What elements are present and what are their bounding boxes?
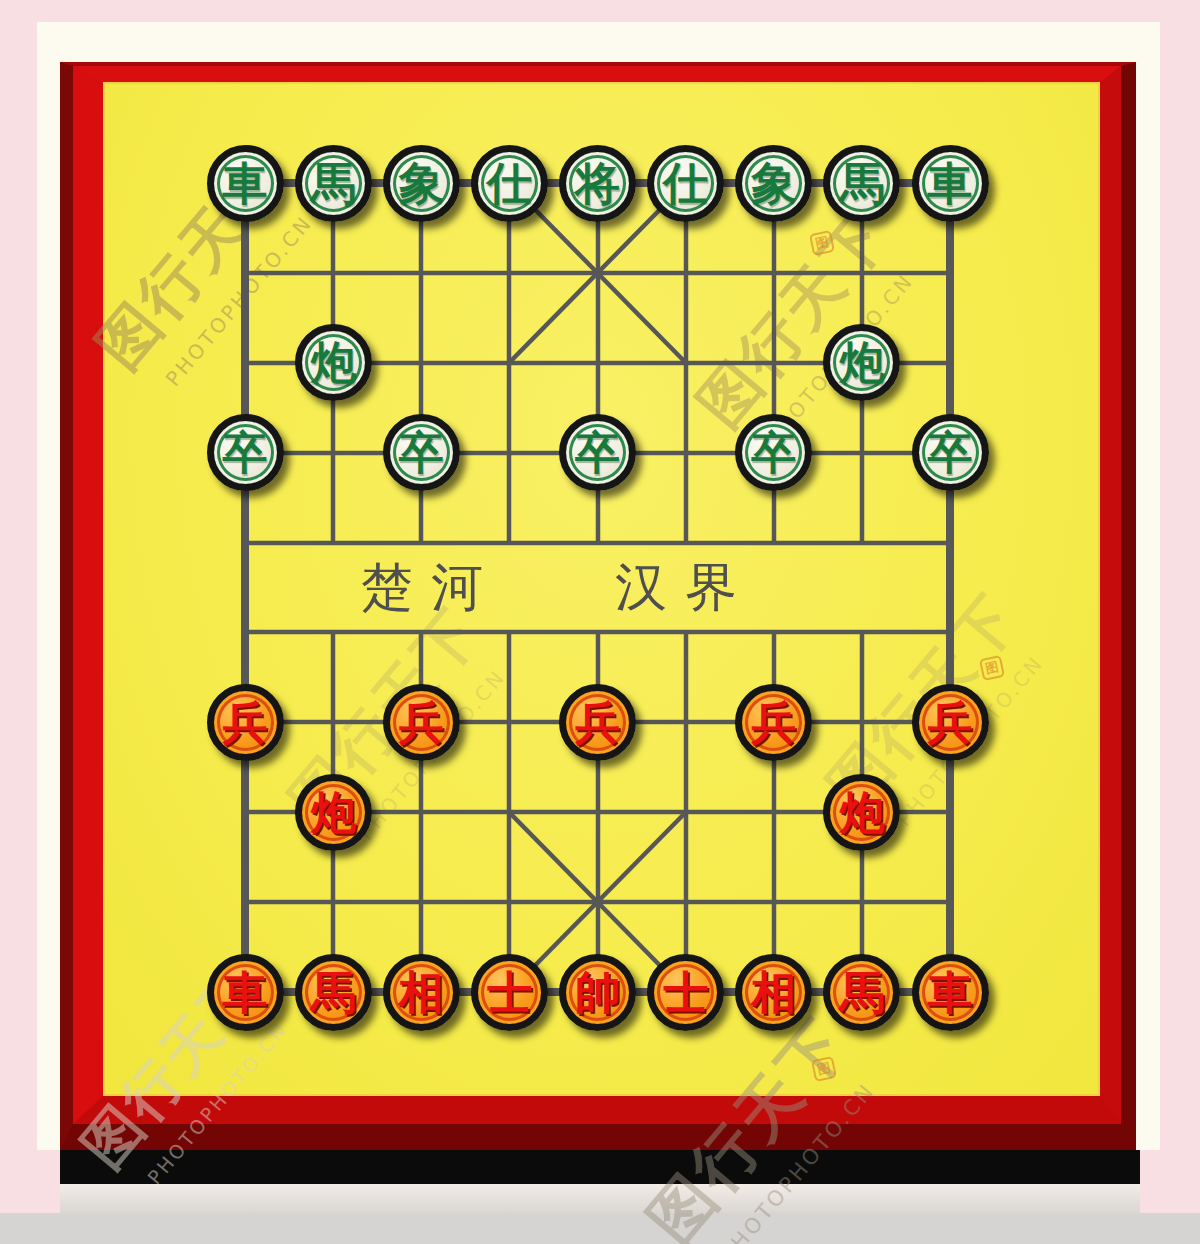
xiangqi-piece-red-cannon[interactable]: 炮 [295, 774, 372, 851]
xiangqi-piece-black-cannon[interactable]: 炮 [295, 324, 372, 401]
xiangqi-piece-black-soldier[interactable]: 卒 [912, 414, 989, 491]
xiangqi-piece-black-soldier[interactable]: 卒 [207, 414, 284, 491]
xiangqi-piece-red-soldier[interactable]: 兵 [559, 684, 636, 761]
xiangqi-piece-black-horse[interactable]: 馬 [295, 145, 372, 222]
xiangqi-piece-black-rook[interactable]: 車 [207, 145, 284, 222]
watermark-seal-icon: 图 [809, 230, 835, 256]
page-background: 图行天下PHOTOPHOTO.CN图行天下PHOTOPHOTO.CN图行天下PH… [0, 0, 1200, 1244]
river-label-han-jie: 汉界 [615, 553, 755, 623]
xiangqi-piece-black-horse[interactable]: 馬 [823, 145, 900, 222]
xiangqi-piece-black-elephant[interactable]: 象 [735, 145, 812, 222]
xiangqi-piece-black-advisor[interactable]: 仕 [647, 145, 724, 222]
xiangqi-piece-red-horse[interactable]: 馬 [295, 954, 372, 1031]
xiangqi-piece-red-soldier[interactable]: 兵 [912, 684, 989, 761]
xiangqi-piece-black-rook[interactable]: 車 [912, 145, 989, 222]
watermark-seal-icon: 图 [811, 1056, 837, 1082]
xiangqi-piece-red-elephant[interactable]: 相 [383, 954, 460, 1031]
xiangqi-piece-red-rook[interactable]: 車 [912, 954, 989, 1031]
river-label-chu-he: 楚河 [361, 553, 501, 623]
xiangqi-piece-red-soldier[interactable]: 兵 [383, 684, 460, 761]
xiangqi-piece-red-rook[interactable]: 車 [207, 954, 284, 1031]
xiangqi-piece-red-cannon[interactable]: 炮 [823, 774, 900, 851]
xiangqi-piece-black-advisor[interactable]: 仕 [471, 145, 548, 222]
board-grid [235, 173, 960, 1002]
xiangqi-piece-black-soldier[interactable]: 卒 [559, 414, 636, 491]
card-bottom-fade [60, 1183, 1140, 1213]
xiangqi-piece-red-soldier[interactable]: 兵 [207, 684, 284, 761]
xiangqi-piece-red-elephant[interactable]: 相 [735, 954, 812, 1031]
xiangqi-piece-black-elephant[interactable]: 象 [383, 145, 460, 222]
xiangqi-piece-red-advisor[interactable]: 士 [471, 954, 548, 1031]
bottom-gray-strip [0, 1213, 1200, 1244]
xiangqi-piece-red-advisor[interactable]: 士 [647, 954, 724, 1031]
xiangqi-piece-black-general[interactable]: 将 [559, 145, 636, 222]
frame-drop-shadow [60, 1150, 1140, 1184]
watermark-seal-icon: 图 [979, 655, 1005, 681]
xiangqi-piece-black-soldier[interactable]: 卒 [383, 414, 460, 491]
xiangqi-piece-black-soldier[interactable]: 卒 [735, 414, 812, 491]
xiangqi-piece-red-general[interactable]: 帥 [559, 954, 636, 1031]
xiangqi-piece-red-soldier[interactable]: 兵 [735, 684, 812, 761]
xiangqi-piece-red-horse[interactable]: 馬 [823, 954, 900, 1031]
